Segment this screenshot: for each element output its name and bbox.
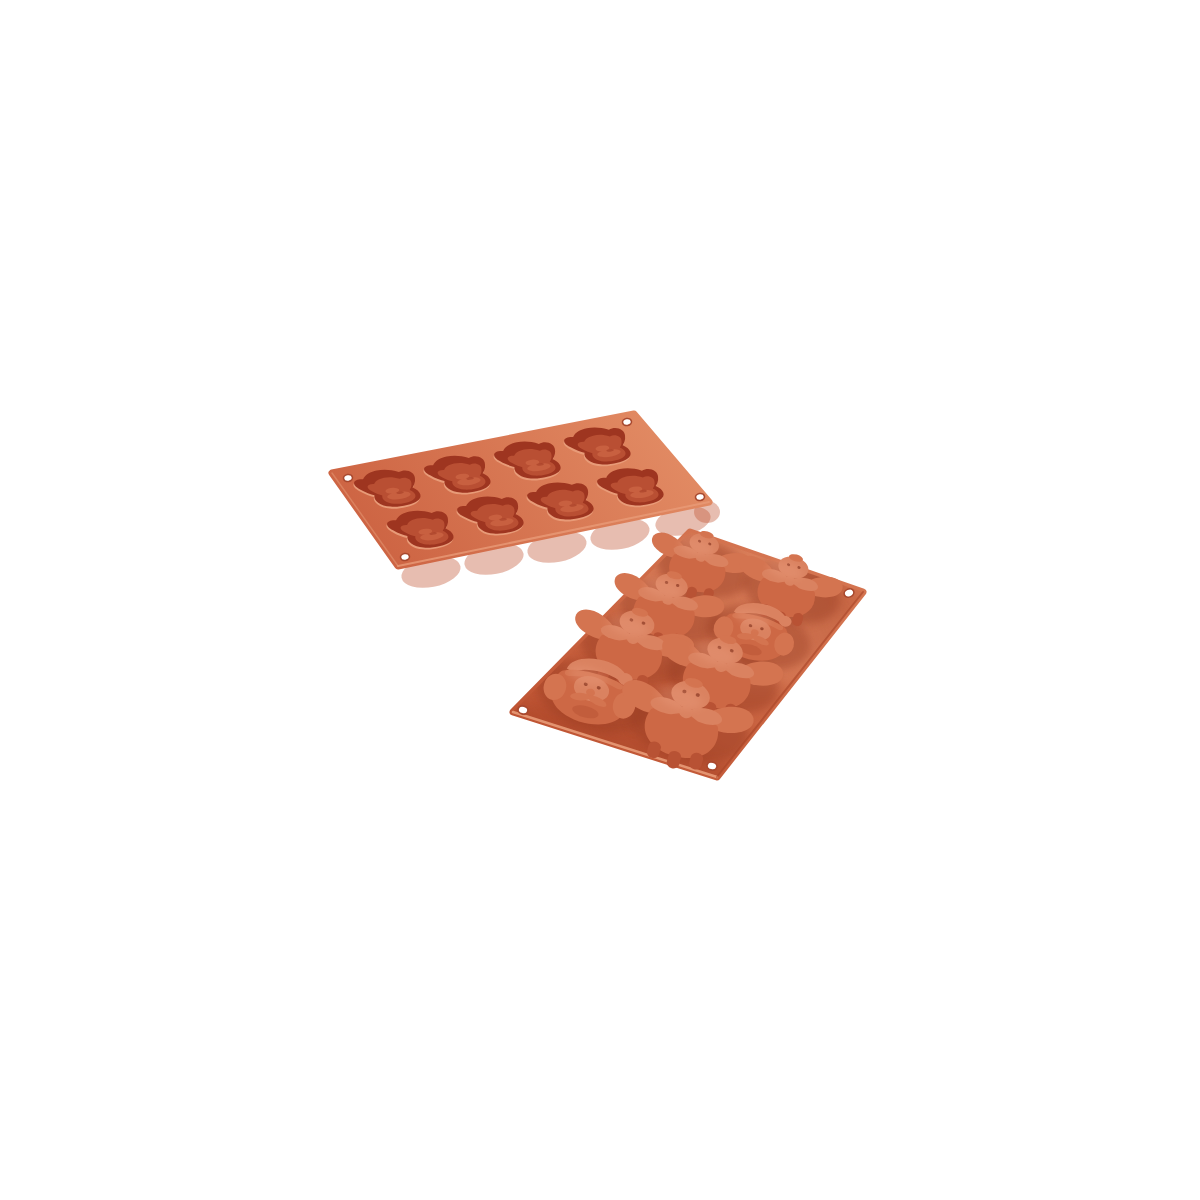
silicone-mold-scene xyxy=(0,0,1200,1200)
product-photo xyxy=(0,0,1200,1200)
mounting-hole xyxy=(400,553,410,561)
mounting-hole xyxy=(622,418,632,426)
mounting-hole xyxy=(695,493,705,501)
mounting-hole xyxy=(343,474,353,482)
